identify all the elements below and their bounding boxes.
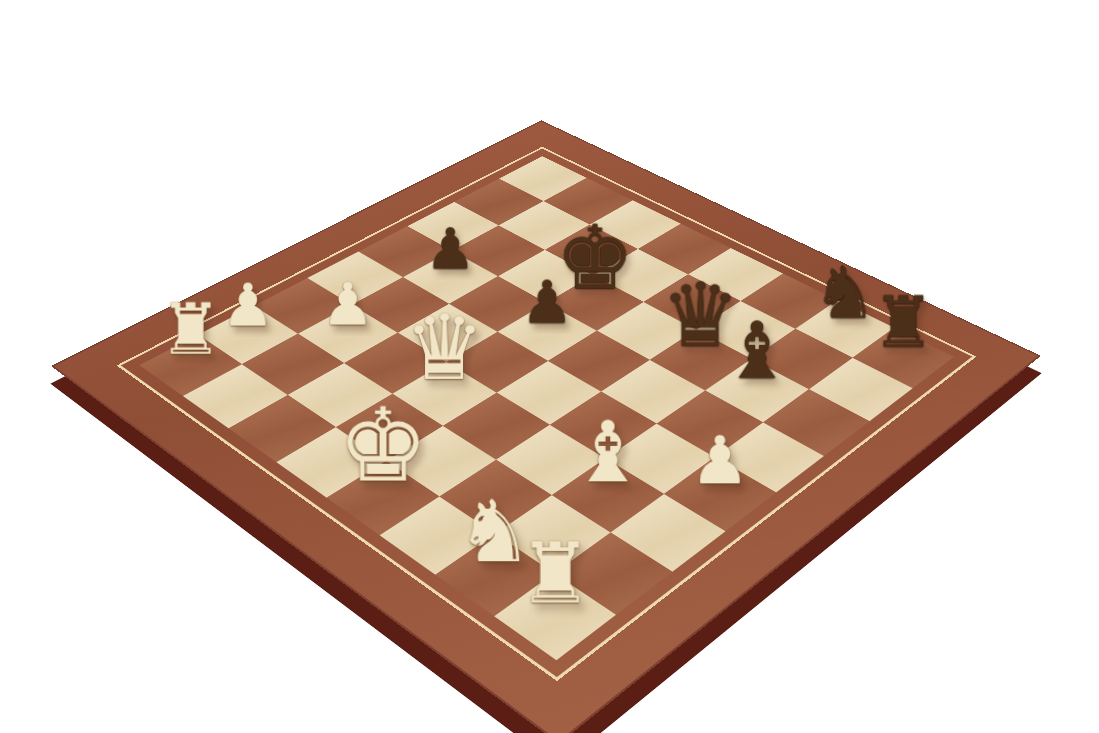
- square-f7: [696, 301, 795, 359]
- board-frame: ♞♜♚♛♝♟♟♟♟♛♝♟♜♚♞♜: [51, 120, 1041, 733]
- photo-scene: ♞♜♚♛♝♟♟♟♟♛♝♟♜♚♞♜: [0, 0, 1099, 733]
- chess-board: ♞♜♚♛♝♟♟♟♟♛♝♟♜♚♞♜: [51, 120, 1041, 733]
- white-rook-a1: ♜: [142, 246, 238, 364]
- rook-glyph: ♜: [159, 294, 222, 364]
- square-e5: [548, 330, 650, 391]
- square-g8: ♞: [795, 300, 894, 358]
- black-rook-h8: ♜: [855, 239, 951, 357]
- board-grid: ♞♜♚♛♝♟♟♟♟♛♝♟♜♚♞♜: [139, 156, 953, 660]
- square-a2: ♟: [198, 305, 298, 363]
- white-pawn-a2: ♟: [201, 218, 295, 334]
